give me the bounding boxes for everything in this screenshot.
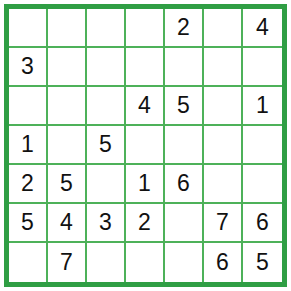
cell-r2c2[interactable] (48, 48, 87, 87)
cell-r7c1[interactable] (9, 243, 48, 282)
cell-r4c7[interactable] (243, 126, 282, 165)
cell-r1c1[interactable] (9, 9, 48, 48)
cell-r2c4[interactable] (126, 48, 165, 87)
cell-r1c4[interactable] (126, 9, 165, 48)
cell-r7c3[interactable] (87, 243, 126, 282)
cell-r4c3: 5 (87, 126, 126, 165)
cell-r7c2: 7 (48, 243, 87, 282)
cell-r2c5[interactable] (165, 48, 204, 87)
cell-r7c5[interactable] (165, 243, 204, 282)
cell-r6c5[interactable] (165, 204, 204, 243)
cell-r1c5: 2 (165, 9, 204, 48)
cell-r4c2[interactable] (48, 126, 87, 165)
cell-r6c6: 7 (204, 204, 243, 243)
cell-r5c3[interactable] (87, 165, 126, 204)
cell-r3c7: 1 (243, 87, 282, 126)
cell-r3c1[interactable] (9, 87, 48, 126)
cell-r6c3: 3 (87, 204, 126, 243)
cell-r1c7: 4 (243, 9, 282, 48)
cell-r3c2[interactable] (48, 87, 87, 126)
cell-r1c3[interactable] (87, 9, 126, 48)
cell-r3c4: 4 (126, 87, 165, 126)
cell-r3c5: 5 (165, 87, 204, 126)
cell-r6c1: 5 (9, 204, 48, 243)
cell-r1c6[interactable] (204, 9, 243, 48)
cell-r3c3[interactable] (87, 87, 126, 126)
cell-r5c2: 5 (48, 165, 87, 204)
cell-r2c1: 3 (9, 48, 48, 87)
cell-r7c7: 5 (243, 243, 282, 282)
cell-r6c2: 4 (48, 204, 87, 243)
cell-r5c4: 1 (126, 165, 165, 204)
cell-r4c6[interactable] (204, 126, 243, 165)
cell-r6c7: 6 (243, 204, 282, 243)
cell-r1c2[interactable] (48, 9, 87, 48)
cell-r4c1: 1 (9, 126, 48, 165)
cell-r4c4[interactable] (126, 126, 165, 165)
cell-r4c5[interactable] (165, 126, 204, 165)
cell-r5c1: 2 (9, 165, 48, 204)
cell-r6c4: 2 (126, 204, 165, 243)
cell-r7c4[interactable] (126, 243, 165, 282)
cell-r2c3[interactable] (87, 48, 126, 87)
cell-r7c6: 6 (204, 243, 243, 282)
cell-r3c6[interactable] (204, 87, 243, 126)
puzzle-board: 243451152516543276765 (4, 4, 287, 287)
cell-r5c7[interactable] (243, 165, 282, 204)
cell-r2c6[interactable] (204, 48, 243, 87)
cell-r5c5: 6 (165, 165, 204, 204)
cell-r2c7[interactable] (243, 48, 282, 87)
cell-r5c6[interactable] (204, 165, 243, 204)
